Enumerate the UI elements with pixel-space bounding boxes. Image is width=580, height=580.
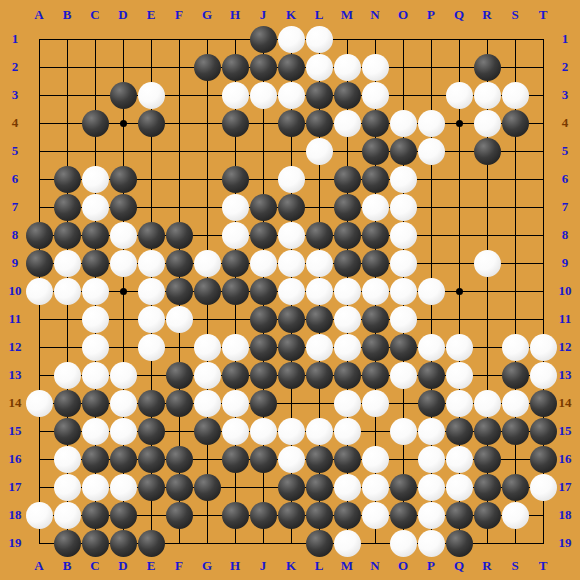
top-column-label-B: B: [57, 8, 77, 22]
left-row-label-1: 1: [2, 32, 28, 46]
stone-black-N12[interactable]: [362, 334, 389, 361]
stone-black-E16[interactable]: [138, 446, 165, 473]
stone-black-S4[interactable]: [502, 110, 529, 137]
stone-white-R14[interactable]: [474, 390, 501, 417]
stone-white-Q3[interactable]: [446, 82, 473, 109]
stone-black-Q15[interactable]: [446, 418, 473, 445]
top-column-label-H: H: [225, 8, 245, 22]
stone-white-M4[interactable]: [334, 110, 361, 137]
bottom-column-label-F: F: [169, 559, 189, 573]
stone-black-F14[interactable]: [166, 390, 193, 417]
stone-black-M7[interactable]: [334, 194, 361, 221]
stone-white-G12[interactable]: [194, 334, 221, 361]
bottom-column-label-M: M: [337, 559, 357, 573]
star-point-D4: [120, 120, 127, 127]
stone-black-B8[interactable]: [54, 222, 81, 249]
top-column-label-E: E: [141, 8, 161, 22]
top-column-label-A: A: [29, 8, 49, 22]
stone-white-A18[interactable]: [26, 502, 53, 529]
stone-white-C11[interactable]: [82, 306, 109, 333]
stone-black-R2[interactable]: [474, 54, 501, 81]
bottom-column-label-D: D: [113, 559, 133, 573]
stone-white-H12[interactable]: [222, 334, 249, 361]
stone-black-C18[interactable]: [82, 502, 109, 529]
stone-white-H8[interactable]: [222, 222, 249, 249]
stone-black-G10[interactable]: [194, 278, 221, 305]
stone-white-A14[interactable]: [26, 390, 53, 417]
stone-white-M19[interactable]: [334, 530, 361, 557]
stone-white-D8[interactable]: [110, 222, 137, 249]
right-row-label-8: 8: [552, 228, 578, 242]
stone-white-O8[interactable]: [390, 222, 417, 249]
stone-black-J12[interactable]: [250, 334, 277, 361]
stone-white-K15[interactable]: [278, 418, 305, 445]
stone-white-L9[interactable]: [306, 250, 333, 277]
top-column-label-P: P: [421, 8, 441, 22]
stone-white-F11[interactable]: [166, 306, 193, 333]
stone-white-N17[interactable]: [362, 474, 389, 501]
stone-black-M3[interactable]: [334, 82, 361, 109]
bottom-column-label-L: L: [309, 559, 329, 573]
top-column-label-R: R: [477, 8, 497, 22]
stone-black-L3[interactable]: [306, 82, 333, 109]
right-row-label-9: 9: [552, 256, 578, 270]
stone-white-C15[interactable]: [82, 418, 109, 445]
stone-white-R4[interactable]: [474, 110, 501, 137]
stone-white-B10[interactable]: [54, 278, 81, 305]
bottom-column-label-N: N: [365, 559, 385, 573]
stone-black-O17[interactable]: [390, 474, 417, 501]
stone-white-O13[interactable]: [390, 362, 417, 389]
stone-white-J15[interactable]: [250, 418, 277, 445]
stone-white-O7[interactable]: [390, 194, 417, 221]
stone-white-P16[interactable]: [418, 446, 445, 473]
stone-white-K1[interactable]: [278, 26, 305, 53]
bottom-column-label-B: B: [57, 559, 77, 573]
stone-black-E15[interactable]: [138, 418, 165, 445]
right-row-label-7: 7: [552, 200, 578, 214]
right-row-label-18: 18: [552, 508, 578, 522]
stone-white-C7[interactable]: [82, 194, 109, 221]
stone-black-K11[interactable]: [278, 306, 305, 333]
stone-white-L2[interactable]: [306, 54, 333, 81]
stone-white-D17[interactable]: [110, 474, 137, 501]
stone-black-H4[interactable]: [222, 110, 249, 137]
stone-black-T14[interactable]: [530, 390, 557, 417]
stone-black-E14[interactable]: [138, 390, 165, 417]
stone-black-Q19[interactable]: [446, 530, 473, 557]
top-column-label-S: S: [505, 8, 525, 22]
stone-white-S14[interactable]: [502, 390, 529, 417]
stone-white-L15[interactable]: [306, 418, 333, 445]
stone-white-E12[interactable]: [138, 334, 165, 361]
stone-white-J9[interactable]: [250, 250, 277, 277]
stone-black-B19[interactable]: [54, 530, 81, 557]
stone-white-O6[interactable]: [390, 166, 417, 193]
stone-black-A8[interactable]: [26, 222, 53, 249]
stone-white-A10[interactable]: [26, 278, 53, 305]
stone-black-J10[interactable]: [250, 278, 277, 305]
stone-black-R17[interactable]: [474, 474, 501, 501]
stone-white-B16[interactable]: [54, 446, 81, 473]
stone-black-L8[interactable]: [306, 222, 333, 249]
stone-white-C10[interactable]: [82, 278, 109, 305]
stone-black-H18[interactable]: [222, 502, 249, 529]
stone-white-N7[interactable]: [362, 194, 389, 221]
stone-black-D16[interactable]: [110, 446, 137, 473]
right-row-label-6: 6: [552, 172, 578, 186]
bottom-column-label-G: G: [197, 559, 217, 573]
stone-black-K4[interactable]: [278, 110, 305, 137]
stone-black-K12[interactable]: [278, 334, 305, 361]
stone-white-M10[interactable]: [334, 278, 361, 305]
stone-black-L17[interactable]: [306, 474, 333, 501]
stone-white-N2[interactable]: [362, 54, 389, 81]
top-column-label-F: F: [169, 8, 189, 22]
stone-black-N6[interactable]: [362, 166, 389, 193]
bottom-column-label-P: P: [421, 559, 441, 573]
left-row-label-5: 5: [2, 144, 28, 158]
stone-black-C8[interactable]: [82, 222, 109, 249]
star-point-D10: [120, 288, 127, 295]
stone-black-J13[interactable]: [250, 362, 277, 389]
left-row-label-4: 4: [2, 116, 28, 130]
stone-black-B15[interactable]: [54, 418, 81, 445]
stone-white-L1[interactable]: [306, 26, 333, 53]
stone-black-L16[interactable]: [306, 446, 333, 473]
stone-white-T13[interactable]: [530, 362, 557, 389]
stone-black-J11[interactable]: [250, 306, 277, 333]
stone-white-N16[interactable]: [362, 446, 389, 473]
stone-white-O11[interactable]: [390, 306, 417, 333]
go-board[interactable]: AABBCCDDEEFFGGHHJJKKLLMMNNOOPPQQRRSSTT11…: [0, 0, 580, 580]
stone-black-F16[interactable]: [166, 446, 193, 473]
top-column-label-L: L: [309, 8, 329, 22]
left-row-label-9: 9: [2, 256, 28, 270]
left-row-label-2: 2: [2, 60, 28, 74]
bottom-column-label-O: O: [393, 559, 413, 573]
stone-black-R5[interactable]: [474, 138, 501, 165]
stone-black-M16[interactable]: [334, 446, 361, 473]
top-column-label-K: K: [281, 8, 301, 22]
stone-white-D15[interactable]: [110, 418, 137, 445]
bottom-column-label-J: J: [253, 559, 273, 573]
bottom-column-label-E: E: [141, 559, 161, 573]
stone-white-M15[interactable]: [334, 418, 361, 445]
bottom-column-label-H: H: [225, 559, 245, 573]
right-row-label-4: 4: [552, 116, 578, 130]
stone-black-M8[interactable]: [334, 222, 361, 249]
stone-black-J18[interactable]: [250, 502, 277, 529]
bottom-column-label-C: C: [85, 559, 105, 573]
left-row-label-7: 7: [2, 200, 28, 214]
stone-white-H15[interactable]: [222, 418, 249, 445]
stone-white-P10[interactable]: [418, 278, 445, 305]
stone-white-K8[interactable]: [278, 222, 305, 249]
star-point-Q10: [456, 288, 463, 295]
stone-white-G14[interactable]: [194, 390, 221, 417]
stone-black-C16[interactable]: [82, 446, 109, 473]
top-column-label-N: N: [365, 8, 385, 22]
stone-black-B7[interactable]: [54, 194, 81, 221]
stone-black-H2[interactable]: [222, 54, 249, 81]
stone-black-Q18[interactable]: [446, 502, 473, 529]
stone-white-P19[interactable]: [418, 530, 445, 557]
stone-white-H3[interactable]: [222, 82, 249, 109]
top-column-label-D: D: [113, 8, 133, 22]
stone-black-L4[interactable]: [306, 110, 333, 137]
left-row-label-12: 12: [2, 340, 28, 354]
left-row-label-3: 3: [2, 88, 28, 102]
stone-white-K6[interactable]: [278, 166, 305, 193]
stone-white-T12[interactable]: [530, 334, 557, 361]
right-row-label-5: 5: [552, 144, 578, 158]
stone-white-P12[interactable]: [418, 334, 445, 361]
stone-black-G17[interactable]: [194, 474, 221, 501]
right-row-label-10: 10: [552, 284, 578, 298]
stone-white-O9[interactable]: [390, 250, 417, 277]
stone-white-C13[interactable]: [82, 362, 109, 389]
stone-black-K17[interactable]: [278, 474, 305, 501]
stone-black-F8[interactable]: [166, 222, 193, 249]
bottom-column-label-K: K: [281, 559, 301, 573]
stone-black-J8[interactable]: [250, 222, 277, 249]
stone-white-M17[interactable]: [334, 474, 361, 501]
stone-white-E10[interactable]: [138, 278, 165, 305]
top-column-label-C: C: [85, 8, 105, 22]
stone-white-D14[interactable]: [110, 390, 137, 417]
stone-black-S13[interactable]: [502, 362, 529, 389]
right-row-label-2: 2: [552, 60, 578, 74]
stone-black-K13[interactable]: [278, 362, 305, 389]
stone-white-B9[interactable]: [54, 250, 81, 277]
stone-white-B17[interactable]: [54, 474, 81, 501]
left-row-label-11: 11: [2, 312, 28, 326]
stone-black-T15[interactable]: [530, 418, 557, 445]
left-row-label-14: 14: [2, 396, 28, 410]
stone-white-D13[interactable]: [110, 362, 137, 389]
top-column-label-G: G: [197, 8, 217, 22]
stone-black-N9[interactable]: [362, 250, 389, 277]
stone-black-D19[interactable]: [110, 530, 137, 557]
stone-white-P17[interactable]: [418, 474, 445, 501]
star-point-Q4: [456, 120, 463, 127]
left-row-label-13: 13: [2, 368, 28, 382]
stone-white-G13[interactable]: [194, 362, 221, 389]
bottom-column-label-A: A: [29, 559, 49, 573]
stone-white-N18[interactable]: [362, 502, 389, 529]
stone-black-C4[interactable]: [82, 110, 109, 137]
stone-white-L5[interactable]: [306, 138, 333, 165]
stone-white-P4[interactable]: [418, 110, 445, 137]
stone-black-P14[interactable]: [418, 390, 445, 417]
stone-white-E9[interactable]: [138, 250, 165, 277]
stone-white-L10[interactable]: [306, 278, 333, 305]
bottom-column-label-T: T: [533, 559, 553, 573]
stone-white-P15[interactable]: [418, 418, 445, 445]
stone-black-O5[interactable]: [390, 138, 417, 165]
stone-white-Q12[interactable]: [446, 334, 473, 361]
bottom-column-label-Q: Q: [449, 559, 469, 573]
stone-black-M13[interactable]: [334, 362, 361, 389]
stone-white-J3[interactable]: [250, 82, 277, 109]
stone-white-M12[interactable]: [334, 334, 361, 361]
stone-white-K16[interactable]: [278, 446, 305, 473]
stone-white-E11[interactable]: [138, 306, 165, 333]
stone-white-Q16[interactable]: [446, 446, 473, 473]
stone-black-A9[interactable]: [26, 250, 53, 277]
stone-black-E8[interactable]: [138, 222, 165, 249]
stone-black-D18[interactable]: [110, 502, 137, 529]
stone-white-S12[interactable]: [502, 334, 529, 361]
stone-black-L11[interactable]: [306, 306, 333, 333]
stone-white-O15[interactable]: [390, 418, 417, 445]
stone-white-S18[interactable]: [502, 502, 529, 529]
stone-black-K18[interactable]: [278, 502, 305, 529]
stone-white-H7[interactable]: [222, 194, 249, 221]
stone-white-P18[interactable]: [418, 502, 445, 529]
stone-white-L12[interactable]: [306, 334, 333, 361]
stone-black-N13[interactable]: [362, 362, 389, 389]
stone-white-T17[interactable]: [530, 474, 557, 501]
left-row-label-17: 17: [2, 480, 28, 494]
stone-black-L19[interactable]: [306, 530, 333, 557]
stone-black-S17[interactable]: [502, 474, 529, 501]
stone-black-C19[interactable]: [82, 530, 109, 557]
stone-white-E3[interactable]: [138, 82, 165, 109]
stone-white-M11[interactable]: [334, 306, 361, 333]
stone-white-S3[interactable]: [502, 82, 529, 109]
stone-black-M6[interactable]: [334, 166, 361, 193]
stone-white-O10[interactable]: [390, 278, 417, 305]
stone-white-C12[interactable]: [82, 334, 109, 361]
stone-white-K3[interactable]: [278, 82, 305, 109]
top-column-label-J: J: [253, 8, 273, 22]
stone-black-L13[interactable]: [306, 362, 333, 389]
stone-black-P13[interactable]: [418, 362, 445, 389]
right-row-label-19: 19: [552, 536, 578, 550]
right-row-label-1: 1: [552, 32, 578, 46]
bottom-column-label-S: S: [505, 559, 525, 573]
stone-black-H16[interactable]: [222, 446, 249, 473]
stone-black-J14[interactable]: [250, 390, 277, 417]
stone-black-J1[interactable]: [250, 26, 277, 53]
stone-white-B18[interactable]: [54, 502, 81, 529]
stone-black-F10[interactable]: [166, 278, 193, 305]
stone-white-D9[interactable]: [110, 250, 137, 277]
stone-black-E4[interactable]: [138, 110, 165, 137]
stone-black-D6[interactable]: [110, 166, 137, 193]
stone-white-O4[interactable]: [390, 110, 417, 137]
left-row-label-16: 16: [2, 452, 28, 466]
left-row-label-8: 8: [2, 228, 28, 242]
left-row-label-19: 19: [2, 536, 28, 550]
stone-black-F18[interactable]: [166, 502, 193, 529]
stone-white-Q17[interactable]: [446, 474, 473, 501]
stone-black-H10[interactable]: [222, 278, 249, 305]
stone-black-D7[interactable]: [110, 194, 137, 221]
left-row-label-6: 6: [2, 172, 28, 186]
stone-white-R9[interactable]: [474, 250, 501, 277]
stone-black-O18[interactable]: [390, 502, 417, 529]
stone-black-G15[interactable]: [194, 418, 221, 445]
stone-black-N11[interactable]: [362, 306, 389, 333]
stone-black-F17[interactable]: [166, 474, 193, 501]
stone-black-S15[interactable]: [502, 418, 529, 445]
stone-white-G9[interactable]: [194, 250, 221, 277]
stone-black-H6[interactable]: [222, 166, 249, 193]
stone-white-O19[interactable]: [390, 530, 417, 557]
stone-white-N3[interactable]: [362, 82, 389, 109]
stone-black-J16[interactable]: [250, 446, 277, 473]
stone-black-M9[interactable]: [334, 250, 361, 277]
stone-black-N4[interactable]: [362, 110, 389, 137]
stone-white-N14[interactable]: [362, 390, 389, 417]
stone-black-O12[interactable]: [390, 334, 417, 361]
stone-black-K7[interactable]: [278, 194, 305, 221]
stone-black-F13[interactable]: [166, 362, 193, 389]
stone-white-Q14[interactable]: [446, 390, 473, 417]
left-row-label-10: 10: [2, 284, 28, 298]
stone-black-E19[interactable]: [138, 530, 165, 557]
stone-black-K2[interactable]: [278, 54, 305, 81]
stone-black-L18[interactable]: [306, 502, 333, 529]
stone-white-M2[interactable]: [334, 54, 361, 81]
stone-black-B6[interactable]: [54, 166, 81, 193]
right-row-label-3: 3: [552, 88, 578, 102]
stone-black-G2[interactable]: [194, 54, 221, 81]
left-row-label-15: 15: [2, 424, 28, 438]
stone-white-P5[interactable]: [418, 138, 445, 165]
stone-white-C6[interactable]: [82, 166, 109, 193]
stone-black-R16[interactable]: [474, 446, 501, 473]
stone-white-N10[interactable]: [362, 278, 389, 305]
stone-black-C14[interactable]: [82, 390, 109, 417]
stone-black-E17[interactable]: [138, 474, 165, 501]
stone-white-C17[interactable]: [82, 474, 109, 501]
stone-white-K10[interactable]: [278, 278, 305, 305]
stone-black-R15[interactable]: [474, 418, 501, 445]
top-column-label-T: T: [533, 8, 553, 22]
top-column-label-O: O: [393, 8, 413, 22]
stone-black-N5[interactable]: [362, 138, 389, 165]
bottom-column-label-R: R: [477, 559, 497, 573]
stone-black-D3[interactable]: [110, 82, 137, 109]
top-column-label-M: M: [337, 8, 357, 22]
stone-white-R3[interactable]: [474, 82, 501, 109]
stone-black-H9[interactable]: [222, 250, 249, 277]
right-row-label-11: 11: [552, 312, 578, 326]
stone-black-N8[interactable]: [362, 222, 389, 249]
stone-black-M18[interactable]: [334, 502, 361, 529]
stone-black-H13[interactable]: [222, 362, 249, 389]
stone-black-F9[interactable]: [166, 250, 193, 277]
stone-white-K9[interactable]: [278, 250, 305, 277]
stone-black-T16[interactable]: [530, 446, 557, 473]
stone-white-Q13[interactable]: [446, 362, 473, 389]
stone-black-R18[interactable]: [474, 502, 501, 529]
stone-black-J2[interactable]: [250, 54, 277, 81]
stone-black-C9[interactable]: [82, 250, 109, 277]
stone-black-J7[interactable]: [250, 194, 277, 221]
stone-black-B14[interactable]: [54, 390, 81, 417]
stone-white-M14[interactable]: [334, 390, 361, 417]
stone-white-B13[interactable]: [54, 362, 81, 389]
top-column-label-Q: Q: [449, 8, 469, 22]
left-row-label-18: 18: [2, 508, 28, 522]
stone-white-H14[interactable]: [222, 390, 249, 417]
